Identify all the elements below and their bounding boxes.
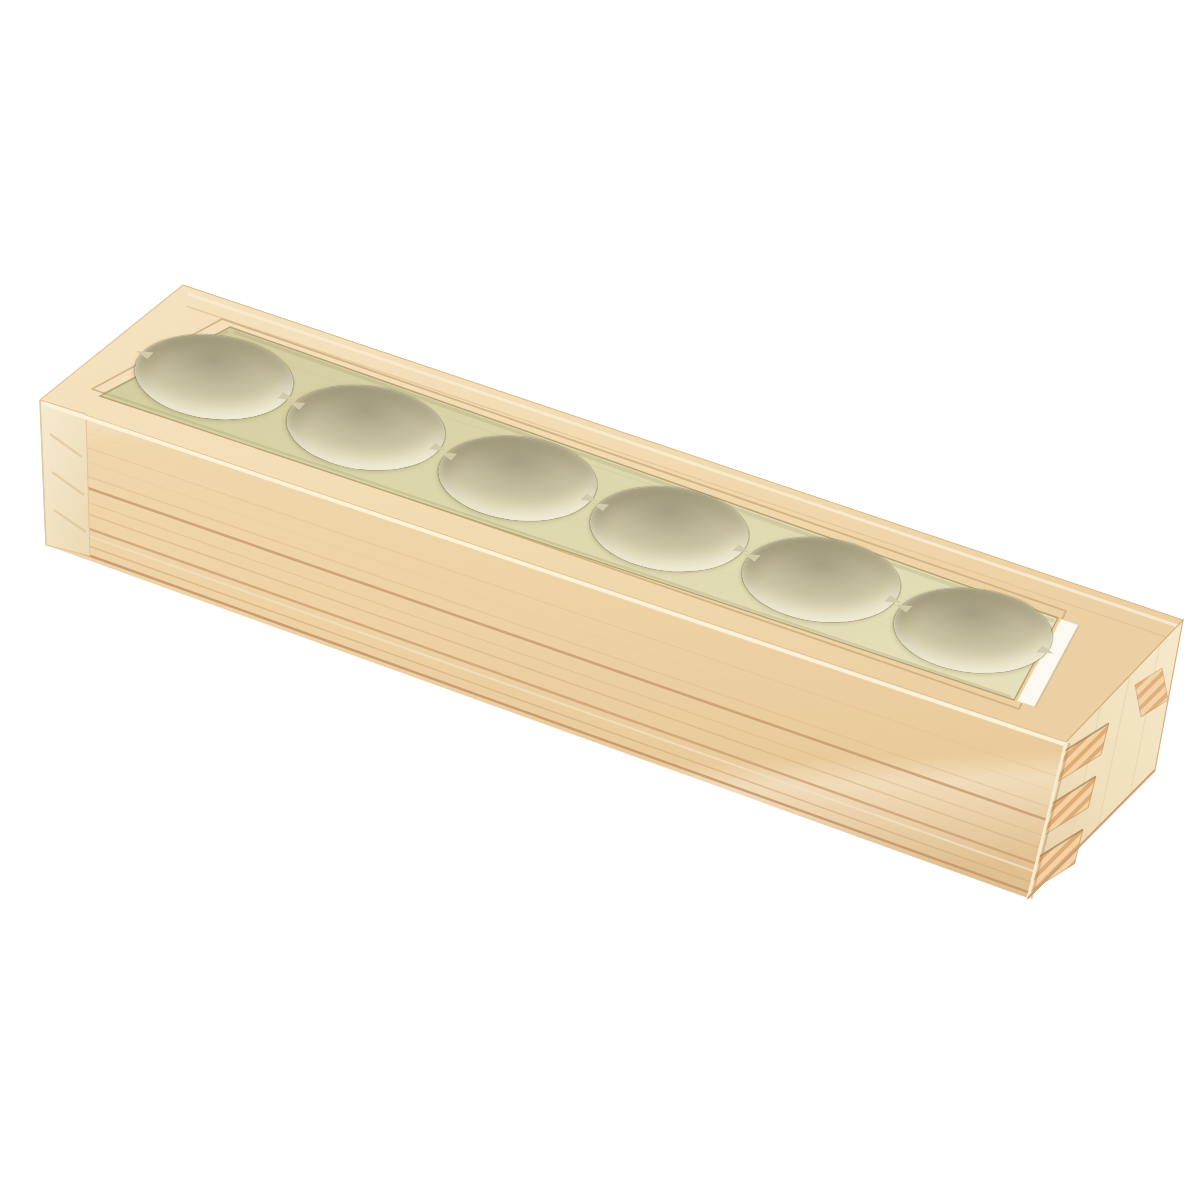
- mancala-board-photo: [0, 0, 1200, 1200]
- box-left-end-face: [40, 400, 90, 556]
